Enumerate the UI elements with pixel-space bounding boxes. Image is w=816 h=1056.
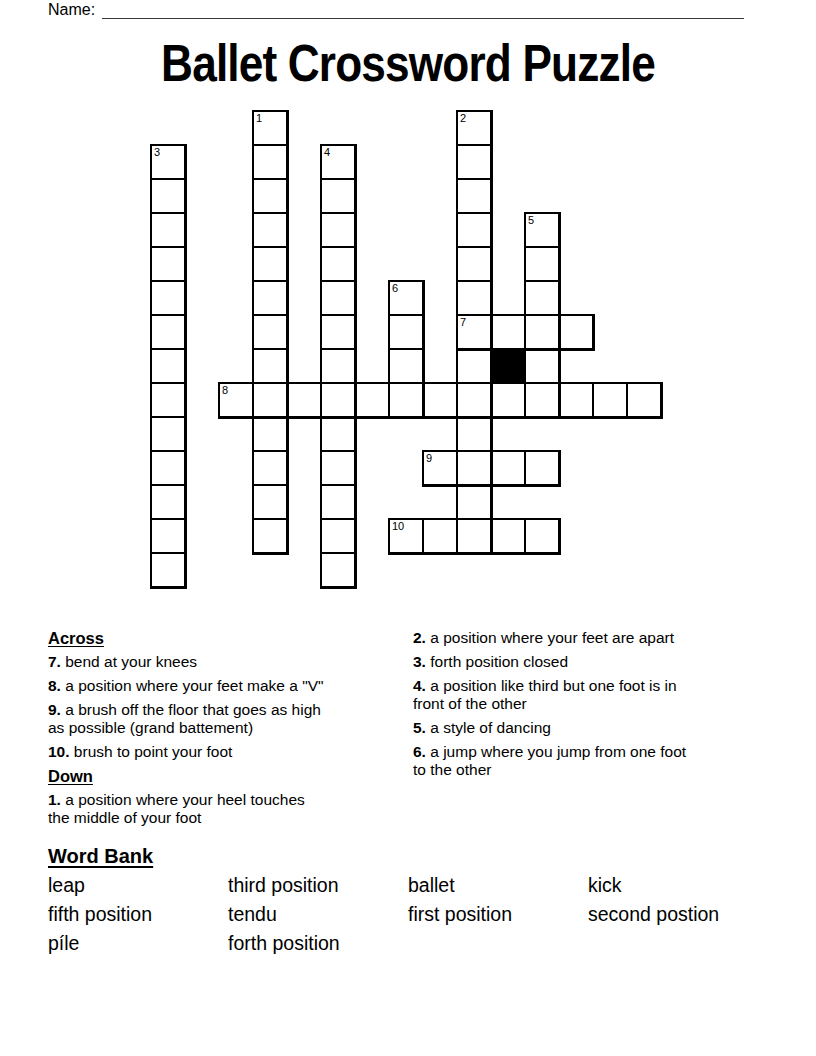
- grid-cell[interactable]: [253, 519, 287, 553]
- word-bank-heading: Word Bank: [48, 844, 788, 868]
- grid-cell[interactable]: [593, 383, 627, 417]
- grid-cell[interactable]: [321, 485, 355, 519]
- grid-cell[interactable]: [151, 247, 185, 281]
- word-bank-item: píle: [48, 932, 228, 954]
- clue-number-label: 7.: [48, 653, 61, 670]
- down-clue-list-right: 2. a position where your feet are apart3…: [413, 629, 793, 779]
- clue-7: 7. bend at your knees: [48, 653, 410, 671]
- clue-number-label: 4.: [413, 677, 426, 694]
- grid-cell[interactable]: [253, 485, 287, 519]
- grid-cell[interactable]: [457, 349, 491, 383]
- down-heading: Down: [48, 767, 410, 786]
- grid-cell[interactable]: [389, 281, 423, 315]
- clue-4: 4. a position like third but one foot is…: [413, 677, 793, 713]
- grid-cell[interactable]: [389, 383, 423, 417]
- clue-10: 10. brush to point your foot: [48, 743, 410, 761]
- grid-cell[interactable]: [525, 451, 559, 485]
- grid-cell[interactable]: [491, 315, 525, 349]
- grid-cell[interactable]: [253, 451, 287, 485]
- grid-cell[interactable]: [151, 383, 185, 417]
- grid-cell[interactable]: [253, 315, 287, 349]
- grid-cell[interactable]: [253, 145, 287, 179]
- grid-cell[interactable]: [151, 145, 185, 179]
- grid-cell[interactable]: [253, 349, 287, 383]
- grid-cell[interactable]: [423, 383, 457, 417]
- clue-2: 2. a position where your feet are apart: [413, 629, 793, 647]
- down-clue-list-left: 1. a position where your heel touches th…: [48, 791, 410, 827]
- across-clue-list: 7. bend at your knees8. a position where…: [48, 653, 410, 761]
- grid-cell[interactable]: [151, 485, 185, 519]
- clue-number-label: 5.: [413, 719, 426, 736]
- grid-cell[interactable]: [457, 315, 491, 349]
- grid-cell[interactable]: [253, 179, 287, 213]
- grid-cell[interactable]: [389, 519, 423, 553]
- clue-5: 5. a style of dancing: [413, 719, 793, 737]
- grid-cell[interactable]: [525, 247, 559, 281]
- black-cell: [491, 349, 525, 383]
- grid-cell[interactable]: [525, 519, 559, 553]
- grid-cell[interactable]: [151, 349, 185, 383]
- clue-number-label: 2.: [413, 629, 426, 646]
- grid-cell[interactable]: [423, 519, 457, 553]
- grid-cell[interactable]: [491, 451, 525, 485]
- clue-1: 1. a position where your heel touches th…: [48, 791, 410, 827]
- word-bank-item: fifth position: [48, 903, 228, 925]
- grid-cell[interactable]: [457, 145, 491, 179]
- clue-9: 9. a brush off the floor that goes as hi…: [48, 701, 410, 737]
- grid-cell[interactable]: [457, 485, 491, 519]
- grid-cell[interactable]: [525, 315, 559, 349]
- clue-number-label: 3.: [413, 653, 426, 670]
- grid-cell[interactable]: [321, 519, 355, 553]
- grid-cell[interactable]: [321, 451, 355, 485]
- grid-cell[interactable]: [457, 281, 491, 315]
- grid-cell[interactable]: [151, 451, 185, 485]
- word-bank-section: Word Bank leapthird positionballetkickfi…: [48, 844, 788, 954]
- grid-cell[interactable]: [321, 247, 355, 281]
- grid-cell[interactable]: [253, 111, 287, 145]
- grid-cell[interactable]: [457, 179, 491, 213]
- name-blank-line[interactable]: [102, 0, 744, 19]
- grid-cell[interactable]: [559, 315, 593, 349]
- word-bank-item: first position: [408, 903, 588, 925]
- grid-cell[interactable]: [253, 281, 287, 315]
- grid-cell[interactable]: [253, 247, 287, 281]
- grid-cell[interactable]: [321, 281, 355, 315]
- grid-cell[interactable]: [627, 383, 661, 417]
- grid-cell[interactable]: [457, 451, 491, 485]
- word-bank-item: leap: [48, 874, 228, 896]
- grid-cell[interactable]: [389, 315, 423, 349]
- grid-cell[interactable]: [253, 383, 287, 417]
- clues-column-left: Across 7. bend at your knees8. a positio…: [48, 629, 410, 833]
- grid-cell[interactable]: [253, 417, 287, 451]
- grid-cell[interactable]: [525, 349, 559, 383]
- clues-column-right: 2. a position where your feet are apart3…: [413, 629, 793, 785]
- clue-number-label: 6.: [413, 743, 426, 760]
- grid-cell[interactable]: [457, 519, 491, 553]
- grid-cell[interactable]: [457, 111, 491, 145]
- grid-cell[interactable]: [151, 553, 185, 587]
- grid-cell[interactable]: [525, 213, 559, 247]
- grid-cell[interactable]: [253, 213, 287, 247]
- grid-cell[interactable]: [525, 281, 559, 315]
- grid-cell[interactable]: [151, 179, 185, 213]
- grid-cell[interactable]: [219, 383, 253, 417]
- across-heading: Across: [48, 629, 410, 648]
- grid-cell[interactable]: [321, 213, 355, 247]
- word-bank-item: ballet: [408, 874, 588, 896]
- grid-cell[interactable]: [151, 213, 185, 247]
- word-bank-item: second postion: [588, 903, 768, 925]
- grid-cell[interactable]: [423, 451, 457, 485]
- grid-cell[interactable]: [457, 417, 491, 451]
- grid-cell[interactable]: [321, 349, 355, 383]
- word-bank-item: forth position: [228, 932, 408, 954]
- grid-cell[interactable]: [151, 281, 185, 315]
- grid-cell[interactable]: [321, 179, 355, 213]
- clue-8: 8. a position where your feet make a "V": [48, 677, 410, 695]
- grid-cell[interactable]: [151, 519, 185, 553]
- crossword-worksheet: Name: Ballet Crossword Puzzle 1234567891…: [0, 0, 816, 1056]
- clue-number-label: 1.: [48, 791, 61, 808]
- crossword-grid: 12345678910: [151, 111, 663, 589]
- grid-cell[interactable]: [321, 145, 355, 179]
- grid-cell[interactable]: [457, 383, 491, 417]
- grid-cell[interactable]: [355, 383, 389, 417]
- grid-cell[interactable]: [525, 383, 559, 417]
- word-bank-list: leapthird positionballetkickfifth positi…: [48, 874, 788, 954]
- clue-6: 6. a jump where you jump from one foot t…: [413, 743, 793, 779]
- grid-cell[interactable]: [321, 553, 355, 587]
- clue-3: 3. forth position closed: [413, 653, 793, 671]
- puzzle-title: Ballet Crossword Puzzle: [61, 34, 755, 92]
- grid-cell[interactable]: [321, 315, 355, 349]
- clue-number-label: 8.: [48, 677, 61, 694]
- grid-cell[interactable]: [457, 247, 491, 281]
- grid-cell[interactable]: [151, 315, 185, 349]
- grid-cell[interactable]: [491, 383, 525, 417]
- grid-cell[interactable]: [389, 349, 423, 383]
- grid-cell[interactable]: [491, 519, 525, 553]
- name-label: Name:: [48, 1, 95, 19]
- word-bank-item: kick: [588, 874, 768, 896]
- clue-number-label: 10.: [48, 743, 70, 760]
- word-bank-item: third position: [228, 874, 408, 896]
- grid-cell[interactable]: [321, 417, 355, 451]
- grid-cell[interactable]: [151, 417, 185, 451]
- grid-cell[interactable]: [559, 383, 593, 417]
- grid-cell[interactable]: [457, 213, 491, 247]
- grid-cell[interactable]: [287, 383, 321, 417]
- grid-cell[interactable]: [321, 383, 355, 417]
- word-bank-item: tendu: [228, 903, 408, 925]
- clue-number-label: 9.: [48, 701, 61, 718]
